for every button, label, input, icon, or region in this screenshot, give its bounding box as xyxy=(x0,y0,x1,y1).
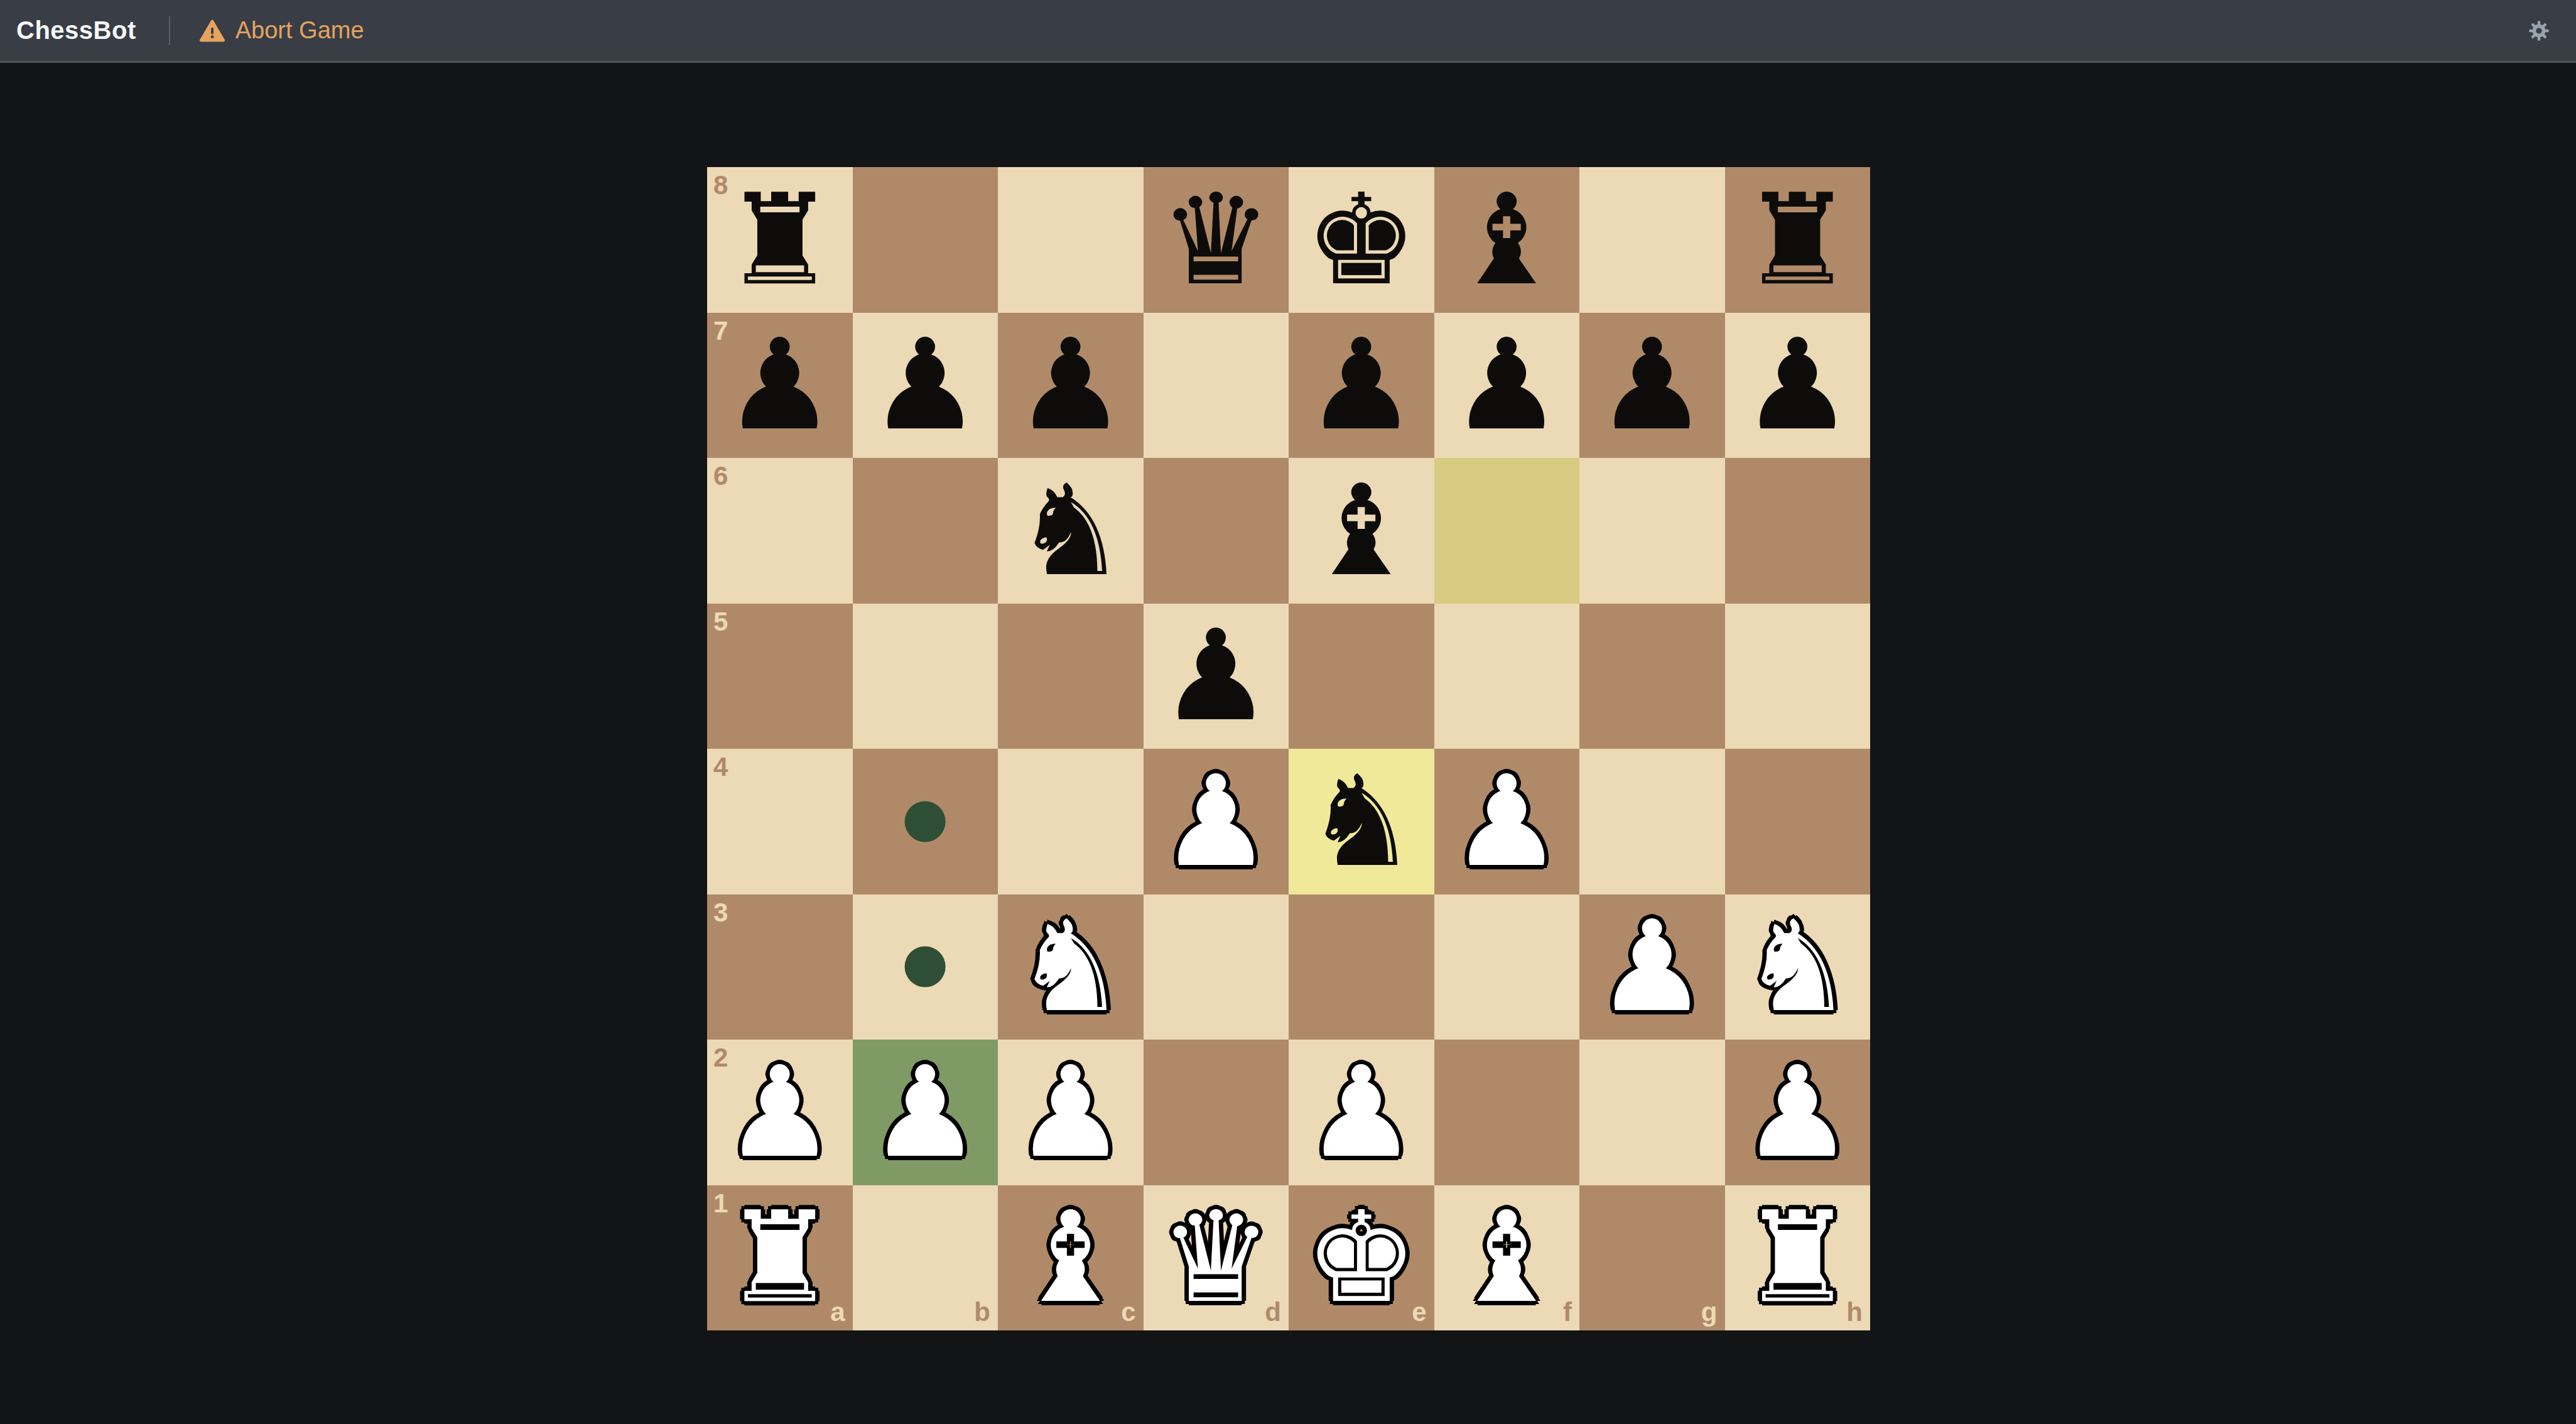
file-label-h: h xyxy=(1846,1299,1863,1325)
rank-label-6: 6 xyxy=(713,463,728,489)
white-queen[interactable]: ♛ xyxy=(1160,1195,1272,1320)
white-pawn[interactable]: ♟ xyxy=(723,1050,836,1175)
white-rook[interactable]: ♜ xyxy=(723,1195,836,1320)
top-bar-divider xyxy=(169,16,170,45)
black-pawn[interactable]: ♟ xyxy=(1014,322,1127,448)
square-a7[interactable]: ♟7 xyxy=(707,313,853,459)
square-h6[interactable] xyxy=(1725,458,1871,604)
square-b7[interactable]: ♟ xyxy=(853,313,998,459)
black-pawn[interactable]: ♟ xyxy=(1451,322,1563,448)
square-g8[interactable] xyxy=(1579,167,1725,313)
white-pawn[interactable]: ♟ xyxy=(1451,759,1563,884)
square-a2[interactable]: ♟2 xyxy=(707,1040,853,1185)
square-a5[interactable]: 5 xyxy=(707,604,853,749)
square-c2[interactable]: ♟ xyxy=(998,1040,1144,1185)
square-g3[interactable]: ♟ xyxy=(1579,894,1725,1040)
square-b2[interactable]: ♟ xyxy=(853,1040,998,1185)
move-hint-dot xyxy=(905,801,946,842)
white-knight[interactable]: ♞ xyxy=(1014,904,1127,1030)
square-d4[interactable]: ♟ xyxy=(1144,749,1289,894)
rank-label-3: 3 xyxy=(713,900,728,926)
square-h1[interactable]: ♜h xyxy=(1725,1185,1871,1331)
square-f5[interactable] xyxy=(1434,604,1580,749)
square-e5[interactable] xyxy=(1289,604,1434,749)
square-b5[interactable] xyxy=(853,604,998,749)
square-a6[interactable]: 6 xyxy=(707,458,853,604)
square-g7[interactable]: ♟ xyxy=(1579,313,1725,459)
square-h3[interactable]: ♞ xyxy=(1725,894,1871,1040)
app-title: ChessBot xyxy=(16,16,136,45)
square-c5[interactable] xyxy=(998,604,1144,749)
square-e7[interactable]: ♟ xyxy=(1289,313,1434,459)
black-rook[interactable]: ♜ xyxy=(1741,177,1854,303)
rank-label-8: 8 xyxy=(713,172,728,198)
white-pawn[interactable]: ♟ xyxy=(1741,1050,1854,1175)
black-pawn[interactable]: ♟ xyxy=(723,322,836,448)
square-b4[interactable] xyxy=(853,749,998,894)
square-c8[interactable] xyxy=(998,167,1144,313)
square-c3[interactable]: ♞ xyxy=(998,894,1144,1040)
white-bishop[interactable]: ♝ xyxy=(1014,1195,1127,1320)
gear-icon[interactable] xyxy=(2527,19,2551,43)
square-b6[interactable] xyxy=(853,458,998,604)
square-g2[interactable] xyxy=(1579,1040,1725,1185)
rank-label-1: 1 xyxy=(713,1190,728,1217)
square-c4[interactable] xyxy=(998,749,1144,894)
white-king[interactable]: ♚ xyxy=(1305,1195,1417,1320)
file-label-a: a xyxy=(830,1299,845,1325)
square-b1[interactable]: b xyxy=(853,1185,998,1331)
square-f2[interactable] xyxy=(1434,1040,1580,1185)
black-pawn[interactable]: ♟ xyxy=(1596,322,1708,448)
white-knight[interactable]: ♞ xyxy=(1741,904,1854,1030)
file-label-f: f xyxy=(1563,1299,1572,1325)
square-a8[interactable]: ♜8 xyxy=(707,167,853,313)
square-a4[interactable]: 4 xyxy=(707,749,853,894)
square-d8[interactable]: ♛ xyxy=(1144,167,1289,313)
square-d3[interactable] xyxy=(1144,894,1289,1040)
square-c7[interactable]: ♟ xyxy=(998,313,1144,459)
warning-triangle-icon xyxy=(199,19,225,43)
black-king[interactable]: ♚ xyxy=(1305,177,1417,303)
square-h2[interactable]: ♟ xyxy=(1725,1040,1871,1185)
square-e2[interactable]: ♟ xyxy=(1289,1040,1434,1185)
square-d7[interactable] xyxy=(1144,313,1289,459)
chess-board: ♜8♛♚♝♜♟7♟♟♟♟♟♟6♞♝5♟4♟♞♟3♞♟♞♟2♟♟♟♟♜1ab♝c♛… xyxy=(707,167,1870,1330)
file-label-d: d xyxy=(1265,1299,1281,1325)
square-h5[interactable] xyxy=(1725,604,1871,749)
file-label-b: b xyxy=(974,1299,990,1325)
square-h7[interactable]: ♟ xyxy=(1725,313,1871,459)
top-bar: ChessBot Abort Game xyxy=(0,0,2576,63)
abort-game-label: Abort Game xyxy=(235,17,364,44)
square-f4[interactable]: ♟ xyxy=(1434,749,1580,894)
white-bishop[interactable]: ♝ xyxy=(1451,1195,1563,1320)
square-a3[interactable]: 3 xyxy=(707,894,853,1040)
square-a1[interactable]: ♜1a xyxy=(707,1185,853,1331)
square-g6[interactable] xyxy=(1579,458,1725,604)
black-knight[interactable]: ♞ xyxy=(1014,468,1127,594)
white-pawn[interactable]: ♟ xyxy=(1014,1050,1127,1175)
square-e1[interactable]: ♚e xyxy=(1289,1185,1434,1331)
rank-label-2: 2 xyxy=(713,1045,728,1071)
file-label-g: g xyxy=(1701,1299,1718,1325)
move-hint-dot xyxy=(905,947,946,987)
black-rook[interactable]: ♜ xyxy=(723,177,836,303)
file-label-e: e xyxy=(1412,1299,1426,1325)
black-bishop[interactable]: ♝ xyxy=(1305,468,1417,594)
square-e3[interactable] xyxy=(1289,894,1434,1040)
square-e8[interactable]: ♚ xyxy=(1289,167,1434,313)
white-pawn[interactable]: ♟ xyxy=(1596,904,1708,1030)
rank-label-4: 4 xyxy=(713,754,728,780)
square-f8[interactable]: ♝ xyxy=(1434,167,1580,313)
square-d1[interactable]: ♛d xyxy=(1144,1185,1289,1331)
square-d6[interactable] xyxy=(1144,458,1289,604)
white-pawn[interactable]: ♟ xyxy=(1305,1050,1417,1175)
rank-label-5: 5 xyxy=(713,609,728,635)
square-f3[interactable] xyxy=(1434,894,1580,1040)
square-c1[interactable]: ♝c xyxy=(998,1185,1144,1331)
square-f6[interactable] xyxy=(1434,458,1580,604)
square-c6[interactable]: ♞ xyxy=(998,458,1144,604)
black-pawn[interactable]: ♟ xyxy=(1305,322,1417,448)
square-h8[interactable]: ♜ xyxy=(1725,167,1871,313)
square-b3[interactable] xyxy=(853,894,998,1040)
black-pawn[interactable]: ♟ xyxy=(1741,322,1854,448)
square-g1[interactable]: g xyxy=(1579,1185,1725,1331)
square-e4[interactable]: ♞ xyxy=(1289,749,1434,894)
square-b8[interactable] xyxy=(853,167,998,313)
rank-label-7: 7 xyxy=(713,318,728,344)
white-pawn[interactable]: ♟ xyxy=(1160,759,1272,884)
square-g4[interactable] xyxy=(1579,749,1725,894)
square-h4[interactable] xyxy=(1725,749,1871,894)
square-e6[interactable]: ♝ xyxy=(1289,458,1434,604)
file-label-c: c xyxy=(1121,1299,1135,1325)
square-f1[interactable]: ♝f xyxy=(1434,1185,1580,1331)
square-d2[interactable] xyxy=(1144,1040,1289,1185)
white-pawn[interactable]: ♟ xyxy=(869,1050,982,1175)
square-f7[interactable]: ♟ xyxy=(1434,313,1580,459)
abort-game-button[interactable]: Abort Game xyxy=(199,17,364,44)
black-bishop[interactable]: ♝ xyxy=(1451,177,1563,303)
black-queen[interactable]: ♛ xyxy=(1160,177,1272,303)
white-rook[interactable]: ♜ xyxy=(1741,1195,1854,1320)
black-knight[interactable]: ♞ xyxy=(1305,759,1417,884)
square-g5[interactable] xyxy=(1579,604,1725,749)
square-d5[interactable]: ♟ xyxy=(1144,604,1289,749)
black-pawn[interactable]: ♟ xyxy=(869,322,982,448)
black-pawn[interactable]: ♟ xyxy=(1160,613,1272,739)
